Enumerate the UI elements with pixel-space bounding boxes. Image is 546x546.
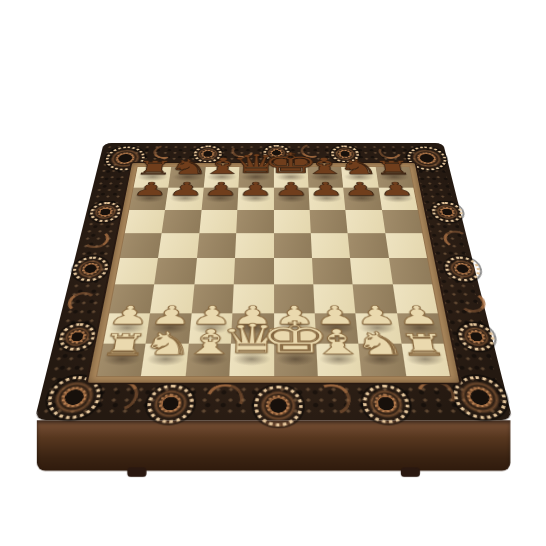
square-f1: [316, 343, 362, 376]
ornament-serpentine-arc: [150, 143, 180, 161]
square-c4: [194, 258, 235, 285]
square-e6: [273, 210, 310, 233]
ornament-rosette: [373, 394, 398, 413]
square-g7: [343, 188, 381, 210]
scene: ♜♞♝♛♚♝♞♜♟♟♟♟♟♟♟♟♟♟♟♟♟♟♟♟♜♞♝♛♚♝♞♜: [0, 0, 546, 546]
square-b7: [165, 188, 203, 210]
square-h5: [385, 233, 427, 258]
square-f7: [308, 188, 345, 210]
ornament-dotted-ring: [330, 145, 360, 162]
ornament-rosette: [115, 152, 136, 164]
ornament-serpentine-arc: [456, 292, 488, 313]
square-c7: [201, 188, 238, 210]
square-g8: [341, 167, 378, 188]
ornament-dotted-ring: [430, 202, 465, 222]
ornament-rosette: [466, 330, 487, 344]
square-f3: [313, 285, 355, 313]
square-a3: [109, 285, 154, 313]
square-e1: [274, 343, 318, 376]
square-h2: [397, 313, 444, 343]
board-foot-left: [127, 467, 146, 477]
square-g2: [356, 313, 401, 343]
square-d4: [234, 258, 274, 285]
ornament-serpentine-arc: [442, 231, 472, 249]
ornament-rosette: [200, 150, 215, 159]
square-a4: [115, 258, 159, 285]
square-b3: [150, 285, 194, 313]
ornament-dotted-ring: [443, 257, 483, 282]
square-e7: [273, 188, 309, 210]
square-d7: [237, 188, 273, 210]
board-grid: [97, 167, 450, 376]
square-d3: [232, 285, 273, 313]
square-g1: [359, 343, 406, 376]
square-h1: [401, 343, 450, 376]
square-h8: [375, 167, 413, 188]
ornament-rosette: [97, 207, 114, 217]
square-b6: [162, 210, 201, 233]
square-h3: [393, 285, 438, 313]
square-e8: [273, 167, 308, 188]
square-a2: [104, 313, 151, 343]
ornament-serpentine-arc: [200, 379, 249, 421]
ornament-rosette: [416, 152, 437, 164]
ornament-dotted-ring: [450, 376, 511, 419]
square-e4: [274, 258, 314, 285]
ornament-rosette: [439, 207, 456, 217]
square-a5: [120, 233, 162, 258]
ornament-dotted-ring: [70, 257, 110, 282]
ornament-serpentine-arc: [229, 142, 257, 160]
ornament-serpentine-arc: [66, 292, 98, 313]
square-f6: [310, 210, 348, 233]
ornament-dotted-ring: [361, 384, 412, 423]
ornament-dotted-ring: [88, 202, 123, 222]
ornament-rosette: [270, 149, 283, 157]
square-h4: [389, 258, 433, 285]
square-h7: [378, 188, 417, 210]
ornament-dotted-ring: [144, 384, 194, 423]
square-g6: [346, 210, 385, 233]
square-c1: [185, 343, 231, 376]
ornament-dotted-ring: [56, 323, 97, 350]
ornament-dotted-ring: [456, 323, 498, 350]
square-f5: [311, 233, 351, 258]
square-a8: [134, 167, 172, 188]
square-c8: [204, 167, 240, 188]
ornament-rosette: [59, 387, 89, 408]
ornament-serpentine-arc: [298, 142, 326, 160]
square-f8: [307, 167, 343, 188]
ornament-rosette: [67, 330, 88, 344]
chess-board: ♜♞♝♛♚♝♞♜♟♟♟♟♟♟♟♟♟♟♟♟♟♟♟♟♜♞♝♛♚♝♞♜: [34, 143, 512, 420]
square-b1: [141, 343, 188, 376]
square-a6: [125, 210, 166, 233]
ornament-serpentine-arc: [375, 143, 405, 161]
square-e3: [274, 285, 315, 313]
square-b8: [169, 167, 206, 188]
square-c5: [197, 233, 237, 258]
ornament-dotted-ring: [193, 145, 222, 162]
ornament-rosette: [158, 394, 183, 413]
square-e2: [274, 313, 317, 343]
square-c3: [191, 285, 233, 313]
square-f4: [312, 258, 353, 285]
square-b5: [158, 233, 199, 258]
board-box-side: [37, 420, 511, 471]
product-photo-background: ♜♞♝♛♚♝♞♜♟♟♟♟♟♟♟♟♟♟♟♟♟♟♟♟♜♞♝♛♚♝♞♜: [0, 0, 546, 546]
square-b4: [155, 258, 197, 285]
square-b2: [146, 313, 191, 343]
ornament-rosette: [453, 263, 473, 275]
board-foot-right: [401, 467, 420, 477]
square-d8: [238, 167, 273, 188]
board-playing-area: [88, 163, 460, 383]
square-d1: [229, 343, 273, 376]
ornament-serpentine-arc: [81, 231, 110, 249]
square-e5: [273, 233, 311, 258]
square-g4: [350, 258, 392, 285]
ornament-rosette: [266, 395, 290, 415]
ornament-dotted-ring: [263, 145, 289, 161]
square-d2: [231, 313, 274, 343]
square-f2: [315, 313, 359, 343]
square-c2: [189, 313, 233, 343]
ornament-serpentine-arc: [308, 379, 355, 419]
square-a1: [97, 343, 146, 376]
square-g5: [348, 233, 389, 258]
ornament-rosette: [338, 150, 353, 159]
square-a7: [129, 188, 168, 210]
ornament-rosette: [465, 387, 495, 408]
ornament-rosette: [81, 263, 101, 275]
square-g3: [353, 285, 397, 313]
square-h6: [382, 210, 423, 233]
square-d5: [235, 233, 273, 258]
square-c6: [199, 210, 237, 233]
square-d6: [236, 210, 273, 233]
